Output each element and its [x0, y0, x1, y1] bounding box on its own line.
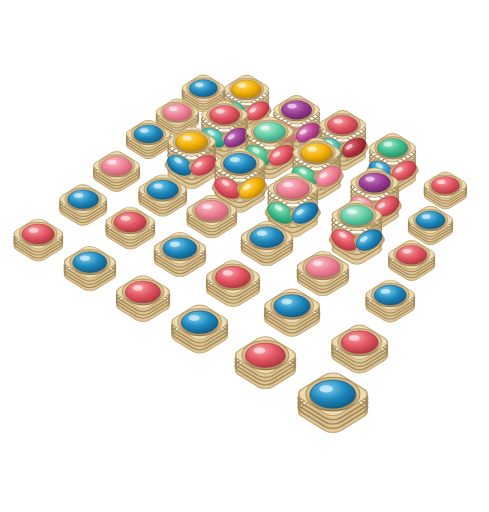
gem-block-r5-c3-tile-blue[interactable]: [165, 297, 234, 363]
gem-block-grid: [0, 0, 489, 512]
gem-block-r5-c5-tile-blue[interactable]: [290, 363, 376, 444]
product-photo-canvas: [0, 0, 489, 512]
